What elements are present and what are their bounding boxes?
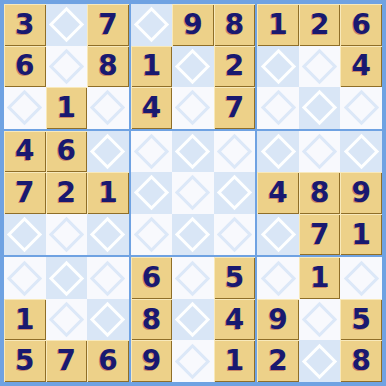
box-r2c2 xyxy=(131,131,256,256)
cell-r7c2[interactable] xyxy=(46,257,88,299)
cell-r3c3[interactable] xyxy=(87,87,129,129)
cell-r5c3: 1 xyxy=(87,172,129,214)
cell-r8c4: 8 xyxy=(131,299,173,341)
cell-r8c8[interactable] xyxy=(299,299,341,341)
box-r1c2: 981247 xyxy=(131,4,256,129)
cell-r2c8[interactable] xyxy=(299,46,341,88)
cell-r1c2[interactable] xyxy=(46,4,88,46)
cell-r6c1[interactable] xyxy=(4,214,46,256)
cell-r7c4: 6 xyxy=(131,257,173,299)
cell-r1c6: 8 xyxy=(214,4,256,46)
cell-r2c3: 8 xyxy=(87,46,129,88)
box-r2c1: 46721 xyxy=(4,131,129,256)
box-r3c1: 1576 xyxy=(4,257,129,382)
cell-r1c5: 9 xyxy=(172,4,214,46)
cell-r7c3[interactable] xyxy=(87,257,129,299)
cell-r6c4[interactable] xyxy=(131,214,173,256)
cell-r4c7[interactable] xyxy=(257,131,299,173)
cell-r7c5[interactable] xyxy=(172,257,214,299)
cell-r9c1: 5 xyxy=(4,340,46,382)
cell-r2c7[interactable] xyxy=(257,46,299,88)
cell-r8c5[interactable] xyxy=(172,299,214,341)
cell-r6c8: 7 xyxy=(299,214,341,256)
cell-r6c9: 1 xyxy=(340,214,382,256)
cell-r5c1: 7 xyxy=(4,172,46,214)
cell-r3c6: 7 xyxy=(214,87,256,129)
sudoku-board: 3768198124712644672148971157665849119528 xyxy=(0,0,386,386)
cell-r9c4: 9 xyxy=(131,340,173,382)
cell-r3c1[interactable] xyxy=(4,87,46,129)
box-r1c1: 37681 xyxy=(4,4,129,129)
cell-r1c1: 3 xyxy=(4,4,46,46)
cell-r1c8: 2 xyxy=(299,4,341,46)
cell-r7c7[interactable] xyxy=(257,257,299,299)
cell-r8c9: 5 xyxy=(340,299,382,341)
cell-r3c7[interactable] xyxy=(257,87,299,129)
cell-r1c3: 7 xyxy=(87,4,129,46)
cell-r5c8: 8 xyxy=(299,172,341,214)
cell-r1c4[interactable] xyxy=(131,4,173,46)
cell-r8c3[interactable] xyxy=(87,299,129,341)
cell-r4c1: 4 xyxy=(4,131,46,173)
cell-r2c4: 1 xyxy=(131,46,173,88)
cell-r4c3[interactable] xyxy=(87,131,129,173)
cell-r4c5[interactable] xyxy=(172,131,214,173)
cell-r4c9[interactable] xyxy=(340,131,382,173)
cell-r2c6: 2 xyxy=(214,46,256,88)
cell-r4c8[interactable] xyxy=(299,131,341,173)
cell-r5c7: 4 xyxy=(257,172,299,214)
cell-r6c6[interactable] xyxy=(214,214,256,256)
cell-r5c6[interactable] xyxy=(214,172,256,214)
cell-r9c3: 6 xyxy=(87,340,129,382)
cell-r3c5[interactable] xyxy=(172,87,214,129)
cell-r9c2: 7 xyxy=(46,340,88,382)
cell-r3c4: 4 xyxy=(131,87,173,129)
cell-r7c8: 1 xyxy=(299,257,341,299)
cell-r3c9[interactable] xyxy=(340,87,382,129)
cell-r8c6: 4 xyxy=(214,299,256,341)
cell-r5c2: 2 xyxy=(46,172,88,214)
cell-r7c9[interactable] xyxy=(340,257,382,299)
cell-r1c9: 6 xyxy=(340,4,382,46)
cell-r9c8[interactable] xyxy=(299,340,341,382)
cell-r7c6: 5 xyxy=(214,257,256,299)
box-r2c3: 48971 xyxy=(257,131,382,256)
cell-r3c2: 1 xyxy=(46,87,88,129)
cell-r6c3[interactable] xyxy=(87,214,129,256)
cell-r8c1: 1 xyxy=(4,299,46,341)
cell-r4c6[interactable] xyxy=(214,131,256,173)
box-r1c3: 1264 xyxy=(257,4,382,129)
cell-r9c6: 1 xyxy=(214,340,256,382)
cell-r2c1: 6 xyxy=(4,46,46,88)
cell-r6c7[interactable] xyxy=(257,214,299,256)
cell-r9c5[interactable] xyxy=(172,340,214,382)
cell-r9c7: 2 xyxy=(257,340,299,382)
cell-r4c2: 6 xyxy=(46,131,88,173)
cell-r2c2[interactable] xyxy=(46,46,88,88)
cell-r7c1[interactable] xyxy=(4,257,46,299)
cell-r5c4[interactable] xyxy=(131,172,173,214)
cell-r6c5[interactable] xyxy=(172,214,214,256)
cell-r1c7: 1 xyxy=(257,4,299,46)
cell-r8c2[interactable] xyxy=(46,299,88,341)
cell-r5c5[interactable] xyxy=(172,172,214,214)
cell-r9c9: 8 xyxy=(340,340,382,382)
cell-r6c2[interactable] xyxy=(46,214,88,256)
cell-r4c4[interactable] xyxy=(131,131,173,173)
cell-r2c5[interactable] xyxy=(172,46,214,88)
cell-r3c8[interactable] xyxy=(299,87,341,129)
box-r3c2: 658491 xyxy=(131,257,256,382)
box-r3c3: 19528 xyxy=(257,257,382,382)
cell-r8c7: 9 xyxy=(257,299,299,341)
cell-r2c9: 4 xyxy=(340,46,382,88)
cell-r5c9: 9 xyxy=(340,172,382,214)
